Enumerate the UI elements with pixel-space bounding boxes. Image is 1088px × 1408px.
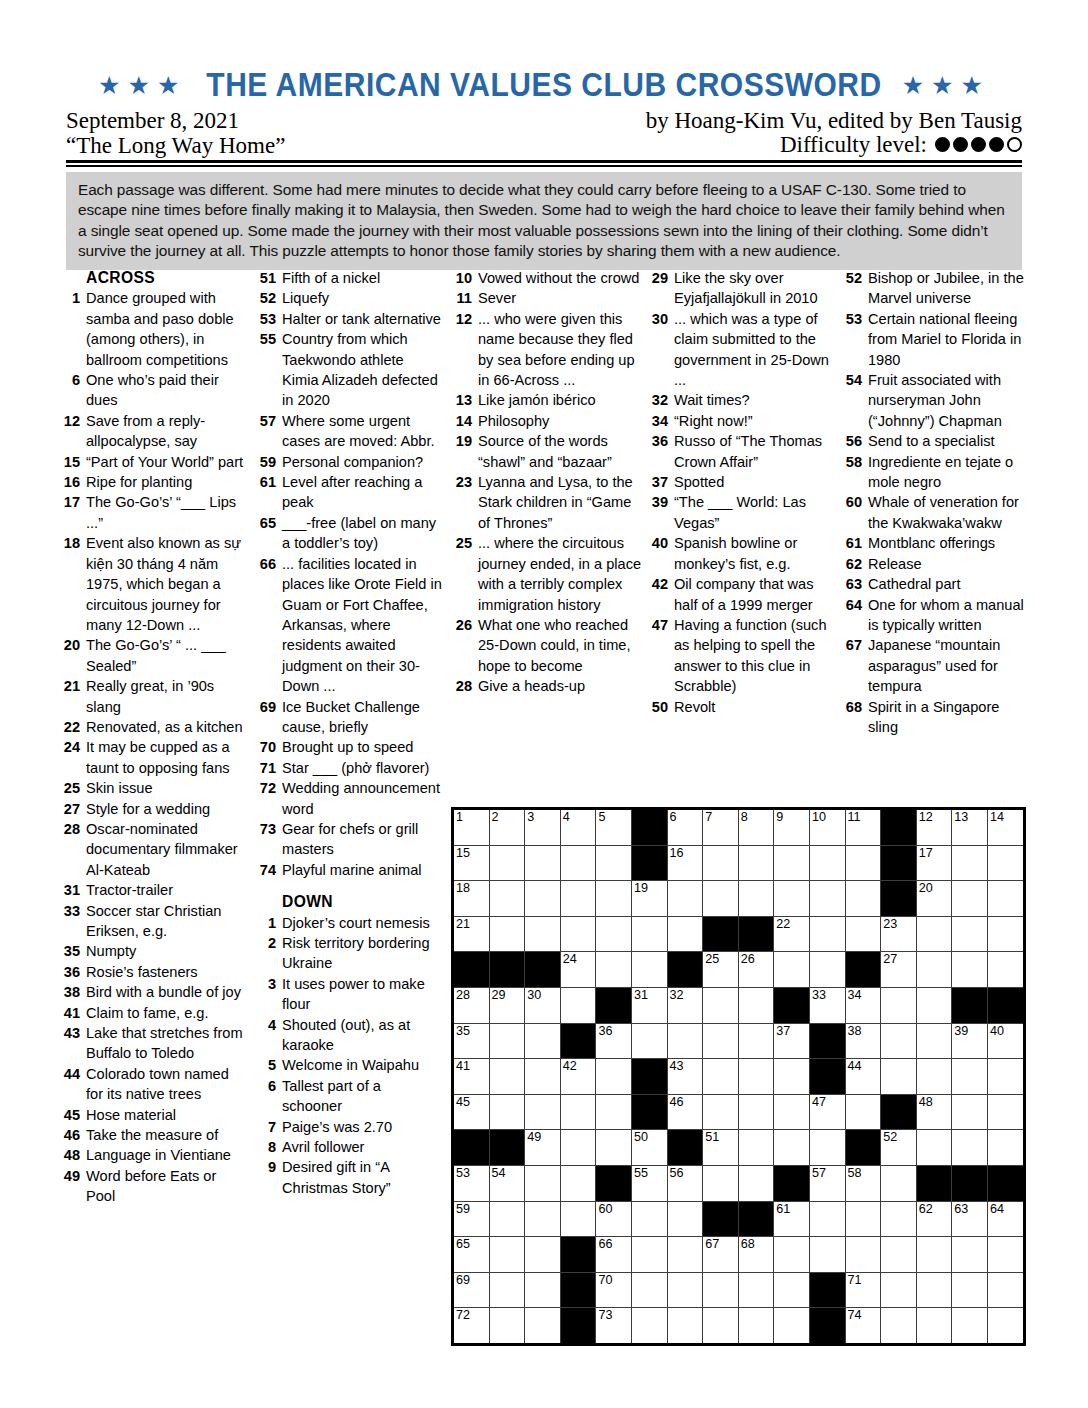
clue: 2Risk territory bordering Ukraine [252,933,444,974]
grid-cell[interactable] [490,917,525,952]
clue: 27Style for a wedding [56,799,246,819]
grid-cell[interactable] [952,917,987,952]
grid-cell[interactable] [988,846,1023,881]
grid-cell[interactable] [774,952,809,987]
grid-cell[interactable]: 49 [525,1130,560,1165]
grid-cell[interactable] [525,1095,560,1130]
grid-cell[interactable] [561,917,596,952]
grid-cell[interactable] [525,1308,560,1343]
grid-cell[interactable] [846,1202,881,1237]
grid-cell[interactable] [952,1273,987,1308]
clue-text: Sever [478,288,642,308]
grid-cell[interactable]: 45 [454,1095,489,1130]
cell-number: 59 [456,1202,470,1216]
grid-cell[interactable]: 24 [561,952,596,987]
section-title-down: DOWN [252,892,444,912]
difficulty-label: Difficulty level: [780,132,927,157]
grid-cell[interactable] [632,917,667,952]
grid-cell[interactable] [525,1024,560,1059]
grid-cell[interactable] [632,1273,667,1308]
grid-cell[interactable] [739,1166,774,1201]
grid-cell[interactable]: 39 [952,1024,987,1059]
grid-cell[interactable] [525,1166,560,1201]
grid-cell[interactable] [739,1308,774,1343]
grid-cell[interactable] [810,1202,845,1237]
cell-number: 1 [456,810,463,824]
grid-cell[interactable] [988,917,1023,952]
grid-cell[interactable] [881,1202,916,1237]
cell-number: 34 [848,988,862,1002]
cell-number: 40 [990,1024,1004,1038]
grid-cell[interactable]: 34 [846,988,881,1023]
clue-text: Montblanc offerings [868,533,1026,553]
grid-cell[interactable]: 31 [632,988,667,1023]
grid-cell[interactable]: 30 [525,988,560,1023]
grid-cell[interactable] [525,1202,560,1237]
grid-cell[interactable] [774,846,809,881]
grid-cell[interactable]: 12 [917,810,952,845]
grid-cell[interactable] [561,988,596,1023]
grid-cell[interactable]: 14 [988,810,1023,845]
clue-text: What one who reached 25-Down could, in t… [478,615,642,676]
grid-cell[interactable] [596,1059,631,1094]
grid-cell[interactable] [668,1202,703,1237]
grid-cell[interactable]: 21 [454,917,489,952]
grid-cell[interactable]: 48 [917,1095,952,1130]
clue: 69Ice Bucket Challenge cause, briefly [252,697,444,738]
grid-cell[interactable] [917,1059,952,1094]
clue-number: 19 [448,431,472,472]
clue: 68Spirit in a Singapore sling [838,697,1026,738]
grid-cell[interactable] [988,881,1023,916]
grid-cell[interactable] [917,1273,952,1308]
grid-cell[interactable]: 28 [454,988,489,1023]
grid-cell[interactable] [881,988,916,1023]
grid-cell[interactable]: 32 [668,988,703,1023]
grid-cell[interactable]: 23 [881,917,916,952]
grid-cell[interactable] [774,1095,809,1130]
grid-cell[interactable]: 10 [810,810,845,845]
grid-cell[interactable] [881,1166,916,1201]
clue-text: Fifth of a nickel [282,268,444,288]
grid-cell[interactable]: 73 [596,1308,631,1343]
grid-cell[interactable]: 52 [881,1130,916,1165]
grid-cell[interactable] [952,1237,987,1272]
grid-cell[interactable] [632,1202,667,1237]
grid-cell[interactable]: 5 [596,810,631,845]
clue-number: 11 [448,288,472,308]
grid-cell[interactable]: 17 [917,846,952,881]
cell-number: 69 [456,1273,470,1287]
grid-cell[interactable] [561,846,596,881]
grid-cell[interactable]: 72 [454,1308,489,1343]
clue-number: 22 [56,717,80,737]
grid-cell-black [490,952,525,987]
grid-cell[interactable] [490,1308,525,1343]
grid-cell[interactable]: 27 [881,952,916,987]
grid-cell[interactable]: 67 [703,1237,738,1272]
grid-cell[interactable]: 47 [810,1095,845,1130]
grid-cell[interactable] [668,1237,703,1272]
cell-number: 52 [883,1130,897,1144]
clue-text: Wedding announcement word [282,778,444,819]
grid-cell[interactable]: 50 [632,1130,667,1165]
grid-cell[interactable] [490,1237,525,1272]
clue-text: Bishop or Jubilee, in the Marvel univers… [868,268,1026,309]
grid-cell[interactable] [739,846,774,881]
cell-number: 2 [492,810,499,824]
grid-cell[interactable] [632,1308,667,1343]
grid-cell[interactable] [596,881,631,916]
grid-cell[interactable] [668,1308,703,1343]
grid-cell[interactable]: 66 [596,1237,631,1272]
grid-cell[interactable] [810,952,845,987]
grid-cell[interactable] [490,1273,525,1308]
grid-cell[interactable]: 37 [774,1024,809,1059]
cell-number: 53 [456,1166,470,1180]
grid-cell[interactable] [988,1273,1023,1308]
grid-cell[interactable] [881,1024,916,1059]
grid-cell[interactable] [988,1059,1023,1094]
grid-cell[interactable] [846,846,881,881]
grid-cell[interactable] [632,952,667,987]
grid-cell[interactable] [490,1202,525,1237]
grid-cell[interactable] [846,1095,881,1130]
clue: 70Brought up to speed [252,737,444,757]
grid-cell[interactable]: 33 [810,988,845,1023]
grid-cell[interactable] [774,1273,809,1308]
clue-text: Cathedral part [868,574,1026,594]
grid-cell[interactable] [703,1273,738,1308]
grid-cell[interactable] [846,1237,881,1272]
clue: 1Djoker’s court nemesis [252,913,444,933]
grid-cell[interactable]: 40 [988,1024,1023,1059]
clue: 43Lake that stretches from Buffalo to To… [56,1023,246,1064]
grid-cell-black [561,1273,596,1308]
cell-number: 8 [741,810,748,824]
cell-number: 17 [919,846,933,860]
clue-number: 26 [448,615,472,676]
grid-cell[interactable] [525,1237,560,1272]
grid-cell[interactable]: 69 [454,1273,489,1308]
clue-text: Japanese “mountain asparagus” used for t… [868,635,1026,696]
grid-cell[interactable]: 59 [454,1202,489,1237]
grid-cell[interactable]: 56 [668,1166,703,1201]
grid-cell[interactable] [917,1308,952,1343]
clue-text: “The ___ World: Las Vegas” [674,492,836,533]
clue: 10Vowed without the crowd [448,268,642,288]
clue-number: 48 [56,1145,80,1165]
grid-cell[interactable]: 70 [596,1273,631,1308]
clue-text: Spirit in a Singapore sling [868,697,1026,738]
grid-cell[interactable] [490,1095,525,1130]
difficulty-dot-filled [935,137,950,152]
cell-number: 9 [776,810,783,824]
grid-cell[interactable] [739,1059,774,1094]
grid-cell-black [988,1166,1023,1201]
grid-cell[interactable]: 26 [739,952,774,987]
clue-number: 73 [252,819,276,860]
grid-cell[interactable] [739,881,774,916]
grid-cell[interactable] [988,1308,1023,1343]
grid-cell[interactable] [988,952,1023,987]
grid-cell[interactable]: 62 [917,1202,952,1237]
intro-note: Each passage was different. Some had mer… [66,172,1022,270]
clue: 28Oscar-nominated documentary filmmaker … [56,819,246,880]
cell-number: 71 [848,1273,862,1287]
grid-cell[interactable] [525,846,560,881]
page-title: THE AMERICAN VALUES CLUB CROSSWORD [206,67,881,104]
clue: 62Release [838,554,1026,574]
grid-cell[interactable] [739,1024,774,1059]
grid-cell[interactable]: 8 [739,810,774,845]
grid-cell[interactable]: 20 [917,881,952,916]
grid-cell[interactable] [774,1237,809,1272]
clue: 13Like jamón ibérico [448,390,642,410]
grid-cell[interactable] [561,1166,596,1201]
grid-cell[interactable]: 1 [454,810,489,845]
grid-cell[interactable]: 22 [774,917,809,952]
grid-cell-black [454,952,489,987]
grid-cell[interactable]: 71 [846,1273,881,1308]
grid-cell-black [881,810,916,845]
grid-cell[interactable]: 58 [846,1166,881,1201]
grid-cell[interactable]: 65 [454,1237,489,1272]
grid-cell[interactable]: 6 [668,810,703,845]
clue-number: 53 [838,309,862,370]
grid-cell[interactable] [952,1130,987,1165]
grid-cell[interactable] [917,1024,952,1059]
grid-cell[interactable] [952,952,987,987]
grid-cell[interactable] [846,917,881,952]
grid-cell[interactable]: 54 [490,1166,525,1201]
grid-cell[interactable] [774,1130,809,1165]
grid-cell[interactable] [739,988,774,1023]
grid-cell[interactable]: 19 [632,881,667,916]
grid-cell[interactable] [703,1024,738,1059]
grid-cell[interactable]: 4 [561,810,596,845]
clue-column-3: 10Vowed without the crowd11Sever12... wh… [448,268,642,697]
grid-cell[interactable]: 9 [774,810,809,845]
grid-cell[interactable] [917,1237,952,1272]
grid-cell[interactable] [525,917,560,952]
grid-cell[interactable] [703,1308,738,1343]
grid-cell[interactable] [632,1024,667,1059]
grid-cell[interactable] [561,1130,596,1165]
clue: 34“Right now!” [644,411,836,431]
grid-cell[interactable] [810,1237,845,1272]
grid-cell[interactable] [774,1059,809,1094]
grid-cell[interactable]: 13 [952,810,987,845]
grid-cell[interactable] [881,1273,916,1308]
cell-number: 16 [670,846,684,860]
grid-cell[interactable]: 55 [632,1166,667,1201]
grid-cell[interactable]: 42 [561,1059,596,1094]
grid-cell[interactable] [988,1130,1023,1165]
grid-cell[interactable] [774,1308,809,1343]
grid-cell[interactable]: 25 [703,952,738,987]
grid-cell[interactable]: 2 [490,810,525,845]
puzzle-date: September 8, 2021 [66,108,239,133]
grid-cell[interactable]: 74 [846,1308,881,1343]
clue: 22Renovated, as a kitchen [56,717,246,737]
clue: 60Whale of veneration for the Kwakwaka’w… [838,492,1026,533]
grid-cell[interactable] [881,1237,916,1272]
grid-cell[interactable] [490,1024,525,1059]
grid-cell[interactable]: 7 [703,810,738,845]
clue: 39“The ___ World: Las Vegas” [644,492,836,533]
grid-cell-black [952,988,987,1023]
grid-cell[interactable]: 64 [988,1202,1023,1237]
clue-text: One for whom a manual is typically writt… [868,595,1026,636]
grid-cell[interactable] [703,988,738,1023]
grid-cell[interactable] [917,1130,952,1165]
clue-number: 57 [252,411,276,452]
grid-cell[interactable] [703,1095,738,1130]
clue-text: Star ___ (phở flavorer) [282,758,444,778]
grid-cell[interactable] [561,1095,596,1130]
grid-cell-black [881,846,916,881]
clue: 61Level after reaching a peak [252,472,444,513]
clue-number: 1 [252,913,276,933]
cell-number: 67 [705,1237,719,1251]
grid-cell[interactable] [774,881,809,916]
cell-number: 44 [848,1059,862,1073]
grid-cell[interactable]: 43 [668,1059,703,1094]
grid-cell[interactable] [561,881,596,916]
cell-number: 45 [456,1095,470,1109]
grid-cell[interactable] [917,988,952,1023]
grid-cell[interactable]: 18 [454,881,489,916]
grid-cell-black [632,846,667,881]
clue: 51Fifth of a nickel [252,268,444,288]
grid-cell[interactable]: 3 [525,810,560,845]
grid-cell[interactable]: 38 [846,1024,881,1059]
cell-number: 68 [741,1237,755,1251]
grid-cell[interactable]: 29 [490,988,525,1023]
clue-number: 66 [252,554,276,697]
grid-cell[interactable] [703,846,738,881]
grid-cell-black [881,1095,916,1130]
grid-cell[interactable] [739,1095,774,1130]
grid-cell[interactable]: 16 [668,846,703,881]
grid-cell[interactable]: 57 [810,1166,845,1201]
grid-cell[interactable] [668,1024,703,1059]
grid-cell[interactable]: 63 [952,1202,987,1237]
clue-number: 44 [56,1064,80,1105]
grid-cell[interactable] [490,846,525,881]
clue-number: 74 [252,860,276,880]
grid-cell[interactable] [952,1308,987,1343]
grid-cell[interactable] [668,1273,703,1308]
grid-cell[interactable] [810,846,845,881]
grid-cell[interactable] [703,881,738,916]
clue-text: Djoker’s court nemesis [282,913,444,933]
grid-cell[interactable] [988,1095,1023,1130]
clue: 19Source of the words “shawl” and “bazaa… [448,431,642,472]
clue-text: ___-free (label on many a toddler’s toy) [282,513,444,554]
grid-cell[interactable] [703,1166,738,1201]
grid-cell[interactable] [490,1059,525,1094]
grid-cell-black [846,1130,881,1165]
clue: 40Spanish bowline or monkey’s fist, e.g. [644,533,836,574]
grid-cell[interactable]: 60 [596,1202,631,1237]
clue-text: Certain national fleeing from Mariel to … [868,309,1026,370]
grid-cell[interactable]: 15 [454,846,489,881]
clue: 25Skin issue [56,778,246,798]
grid-cell[interactable] [988,1237,1023,1272]
grid-cell[interactable] [668,917,703,952]
grid-cell[interactable] [952,1059,987,1094]
grid-cell[interactable] [952,1095,987,1130]
grid-cell[interactable] [561,1202,596,1237]
grid-cell[interactable]: 35 [454,1024,489,1059]
grid-cell[interactable] [739,1130,774,1165]
grid-cell[interactable] [525,1059,560,1094]
grid-cell[interactable]: 53 [454,1166,489,1201]
grid-cell[interactable]: 44 [846,1059,881,1094]
grid-cell[interactable]: 11 [846,810,881,845]
grid-cell[interactable]: 36 [596,1024,631,1059]
grid-cell[interactable] [703,1059,738,1094]
grid-cell[interactable] [596,1095,631,1130]
grid-cell[interactable] [596,1130,631,1165]
clue-number: 51 [252,268,276,288]
cell-number: 39 [954,1024,968,1038]
grid-cell[interactable] [596,952,631,987]
grid-cell[interactable] [810,881,845,916]
clue-text: Philosophy [478,411,642,431]
grid-cell[interactable] [490,881,525,916]
grid-cell[interactable] [917,917,952,952]
grid-cell[interactable]: 51 [703,1130,738,1165]
grid-cell[interactable]: 68 [739,1237,774,1272]
grid-cell[interactable]: 46 [668,1095,703,1130]
grid-cell[interactable] [596,917,631,952]
grid-cell[interactable] [881,1059,916,1094]
grid-cell[interactable] [810,917,845,952]
grid-cell[interactable] [952,846,987,881]
clue-number: 30 [644,309,668,391]
grid-cell[interactable] [881,1308,916,1343]
grid-cell[interactable] [810,1130,845,1165]
cell-number: 41 [456,1059,470,1073]
grid-cell[interactable] [952,881,987,916]
clue: 25... where the circuitous journey ended… [448,533,642,615]
clue: 49Word before Eats or Pool [56,1166,246,1207]
grid-cell[interactable] [846,881,881,916]
grid-cell[interactable] [525,1273,560,1308]
grid-cell[interactable] [739,1273,774,1308]
clue: 33Soccer star Christian Eriksen, e.g. [56,901,246,942]
clue-number: 71 [252,758,276,778]
grid-cell[interactable]: 41 [454,1059,489,1094]
grid-cell-black [596,988,631,1023]
clue-number: 63 [838,574,862,594]
clue: 46Take the measure of [56,1125,246,1145]
grid-cell[interactable]: 61 [774,1202,809,1237]
grid-cell[interactable] [525,881,560,916]
grid-cell[interactable] [596,846,631,881]
clue: 53Certain national fleeing from Mariel t… [838,309,1026,370]
grid-cell-black [632,1059,667,1094]
grid-cell[interactable] [668,881,703,916]
clue: 41Claim to fame, e.g. [56,1003,246,1023]
grid-cell[interactable] [632,1237,667,1272]
clue-text: Numpty [86,941,246,961]
clue: 4Shouted (out), as at karaoke [252,1015,444,1056]
grid-cell[interactable] [917,952,952,987]
